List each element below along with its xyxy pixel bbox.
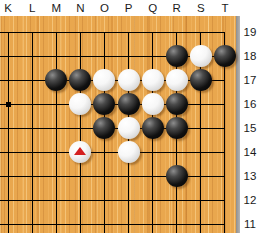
stone-white-R17[interactable] [166,69,188,91]
column-label-P: P [120,1,138,15]
grid-line-row-12 [0,200,225,201]
row-label-15: 15 [240,121,260,135]
stone-white-S18[interactable] [190,45,212,67]
go-board-screenshot: KLMNOPQRST191817161514131211 [0,0,260,233]
stone-white-P17[interactable] [118,69,140,91]
grid-line-row-19 [0,32,225,33]
stone-white-P14[interactable] [118,141,140,163]
grid-line-row-13 [0,176,225,177]
row-label-13: 13 [240,169,260,183]
row-label-12: 12 [240,193,260,207]
column-label-O: O [95,1,113,15]
row-label-11: 11 [240,217,260,231]
column-label-M: M [47,1,65,15]
grid-line-row-11 [0,224,225,225]
column-label-R: R [168,1,186,15]
star-point-K16 [6,102,11,107]
stone-black-R18[interactable] [166,45,188,67]
column-label-S: S [192,1,210,15]
grid-line-row-14 [0,152,225,153]
grid-line-col-K [8,32,9,233]
stone-black-R16[interactable] [166,93,188,115]
grid-line-col-N [80,32,81,233]
row-label-18: 18 [240,49,260,63]
triangle-marker-N14 [74,147,86,155]
stone-black-P16[interactable] [118,93,140,115]
grid-line-col-M [56,32,57,233]
stone-white-P15[interactable] [118,117,140,139]
stone-black-T18[interactable] [214,45,236,67]
stone-black-R15[interactable] [166,117,188,139]
column-label-N: N [71,1,89,15]
column-label-K: K [0,1,17,15]
column-label-L: L [23,1,41,15]
stone-white-Q17[interactable] [142,69,164,91]
row-label-14: 14 [240,145,260,159]
row-label-19: 19 [240,25,260,39]
stone-white-Q16[interactable] [142,93,164,115]
stone-black-R13[interactable] [166,165,188,187]
stone-black-Q15[interactable] [142,117,164,139]
grid-line-col-L [32,32,33,233]
column-label-Q: Q [144,1,162,15]
column-label-T: T [216,1,234,15]
stone-black-S17[interactable] [190,69,212,91]
row-label-17: 17 [240,73,260,87]
row-label-16: 16 [240,97,260,111]
